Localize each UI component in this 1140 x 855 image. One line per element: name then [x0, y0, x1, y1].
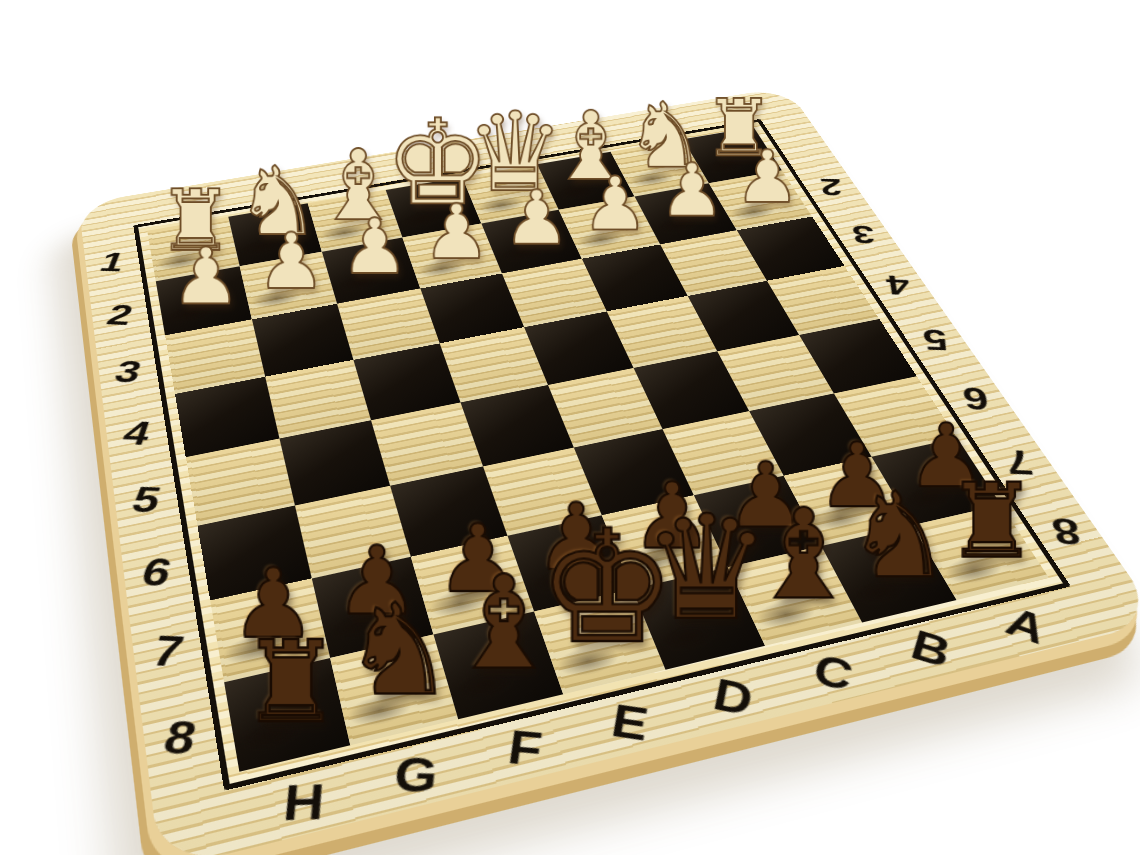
piece-black-rook-a8[interactable]: ♜: [945, 472, 1037, 570]
square-h8[interactable]: ♜: [224, 658, 350, 772]
rank-label-cell: 4: [103, 397, 171, 472]
rank-label: 8: [159, 715, 201, 762]
rank-label: 1: [96, 249, 128, 276]
photo-stage: 12345678 2345678 HGFEDCBA ♜♞♝♚♛♝♞♜♟♟♟♟♟♟…: [0, 0, 1140, 855]
rank-label-cell: 3: [96, 338, 161, 408]
rank-label-cell: 5: [111, 460, 182, 542]
piece-black-knight-b8[interactable]: ♞: [846, 480, 952, 592]
chessboard: 12345678 2345678 HGFEDCBA ♜♞♝♚♛♝♞♜♟♟♟♟♟♟…: [78, 87, 1140, 855]
rank-label: 4: [884, 271, 911, 298]
piece-white-pawn-b2[interactable]: ♟: [659, 156, 725, 226]
rank-label-cell: 2: [89, 283, 151, 348]
piece-black-rook-h8[interactable]: ♜: [240, 629, 341, 736]
file-label: E: [609, 698, 652, 748]
rank-label: 3: [111, 357, 146, 388]
rank-label: 3: [850, 222, 876, 248]
board-grid: ♜♞♝♚♛♝♞♜♟♟♟♟♟♟♟♟♟♟♟♟♟♟♟♟♜♞♝♚♛♝♞♜: [147, 127, 1049, 771]
piece-white-pawn-e2[interactable]: ♟: [423, 196, 491, 268]
piece-white-pawn-h2[interactable]: ♟: [171, 240, 241, 314]
file-label: G: [392, 751, 440, 800]
rank-label-cell: 6: [120, 529, 194, 618]
rank-label: 2: [103, 301, 136, 330]
file-label: H: [281, 778, 326, 829]
square-g4[interactable]: [265, 360, 371, 439]
rank-label: 4: [119, 417, 155, 450]
rank-label: 5: [127, 482, 164, 518]
rank-label: 5: [921, 325, 950, 355]
rank-label: 7: [147, 630, 187, 673]
file-label: D: [710, 672, 756, 723]
square-h3[interactable]: [165, 319, 265, 393]
piece-white-pawn-d2[interactable]: ♟: [503, 182, 570, 253]
piece-white-pawn-a2[interactable]: ♟: [735, 143, 800, 212]
piece-white-pawn-g2[interactable]: ♟: [257, 225, 326, 299]
file-label: C: [810, 648, 857, 699]
square-f5[interactable]: [371, 402, 483, 485]
piece-black-knight-g8[interactable]: ♞: [343, 591, 456, 711]
piece-black-bishop-f8[interactable]: ♝: [446, 563, 562, 686]
rank-label: 8: [1048, 512, 1084, 550]
file-label: B: [907, 624, 955, 674]
piece-white-pawn-c2[interactable]: ♟: [582, 169, 649, 240]
piece-white-pawn-f2[interactable]: ♟: [340, 210, 409, 283]
square-h2[interactable]: ♟: [156, 266, 252, 335]
rank-label: 2: [819, 175, 843, 199]
file-label: F: [505, 724, 544, 773]
playing-area: ♜♞♝♚♛♝♞♜♟♟♟♟♟♟♟♟♟♟♟♟♟♟♟♟♜♞♝♚♛♝♞♜: [133, 119, 1071, 791]
file-label: A: [1001, 601, 1050, 651]
rank-label: 6: [137, 553, 175, 592]
board-wooden-frame: 12345678 2345678 HGFEDCBA ♜♞♝♚♛♝♞♜♟♟♟♟♟♟…: [78, 87, 1140, 855]
square-g8[interactable]: ♞: [330, 634, 458, 745]
